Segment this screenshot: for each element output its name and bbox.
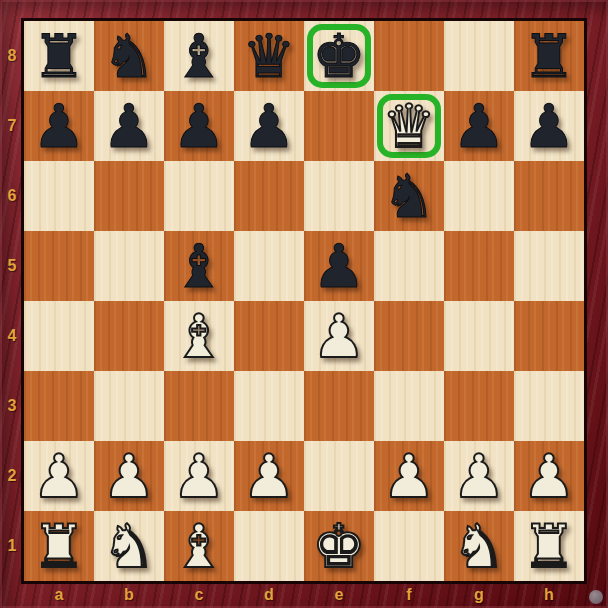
piece-black-pawn[interactable]: ♟ (444, 91, 514, 161)
file-label-g: g (444, 581, 514, 608)
square-c6[interactable] (164, 161, 234, 231)
square-b5[interactable] (94, 231, 164, 301)
square-d5[interactable] (234, 231, 304, 301)
piece-black-bishop[interactable]: ♝ (164, 21, 234, 91)
file-label-d: d (234, 581, 304, 608)
piece-white-pawn[interactable]: ♟ (514, 441, 584, 511)
square-c3[interactable] (164, 371, 234, 441)
square-h8[interactable]: ♜ (514, 21, 584, 91)
piece-white-rook[interactable]: ♜ (24, 511, 94, 581)
piece-black-knight[interactable]: ♞ (94, 21, 164, 91)
piece-black-pawn[interactable]: ♟ (304, 231, 374, 301)
square-e3[interactable] (304, 371, 374, 441)
square-a2[interactable]: ♟ (24, 441, 94, 511)
square-b1[interactable]: ♞ (94, 511, 164, 581)
square-c5[interactable]: ♝ (164, 231, 234, 301)
rank-label-4: 4 (0, 301, 24, 371)
square-g7[interactable]: ♟ (444, 91, 514, 161)
square-e2[interactable] (304, 441, 374, 511)
square-f7[interactable]: ♛ (374, 91, 444, 161)
square-c4[interactable]: ♝ (164, 301, 234, 371)
piece-black-queen[interactable]: ♛ (234, 21, 304, 91)
square-g2[interactable]: ♟ (444, 441, 514, 511)
square-g8[interactable] (444, 21, 514, 91)
square-b8[interactable]: ♞ (94, 21, 164, 91)
square-b3[interactable] (94, 371, 164, 441)
square-a3[interactable] (24, 371, 94, 441)
square-b7[interactable]: ♟ (94, 91, 164, 161)
piece-white-pawn[interactable]: ♟ (444, 441, 514, 511)
chess-board: ♜♞♝♛♚♜♟♟♟♟♛♟♟♞♝♟♝♟♟♟♟♟♟♟♟♜♞♝♚♞♜ (24, 21, 584, 581)
piece-white-pawn[interactable]: ♟ (164, 441, 234, 511)
square-d3[interactable] (234, 371, 304, 441)
rank-label-5: 5 (0, 231, 24, 301)
piece-white-king[interactable]: ♚ (304, 511, 374, 581)
square-f5[interactable] (374, 231, 444, 301)
square-c8[interactable]: ♝ (164, 21, 234, 91)
file-label-b: b (94, 581, 164, 608)
square-a8[interactable]: ♜ (24, 21, 94, 91)
piece-white-pawn[interactable]: ♟ (234, 441, 304, 511)
square-f8[interactable] (374, 21, 444, 91)
square-c7[interactable]: ♟ (164, 91, 234, 161)
square-h5[interactable] (514, 231, 584, 301)
corner-dot (589, 590, 603, 604)
square-f6[interactable]: ♞ (374, 161, 444, 231)
square-h3[interactable] (514, 371, 584, 441)
piece-black-bishop[interactable]: ♝ (164, 231, 234, 301)
square-e1[interactable]: ♚ (304, 511, 374, 581)
rank-label-8: 8 (0, 21, 24, 91)
rank-labels: 87654321 (0, 21, 24, 581)
square-f3[interactable] (374, 371, 444, 441)
square-d4[interactable] (234, 301, 304, 371)
square-a7[interactable]: ♟ (24, 91, 94, 161)
square-g1[interactable]: ♞ (444, 511, 514, 581)
piece-black-pawn[interactable]: ♟ (94, 91, 164, 161)
piece-black-king[interactable]: ♚ (304, 21, 374, 91)
square-a4[interactable] (24, 301, 94, 371)
square-b4[interactable] (94, 301, 164, 371)
piece-black-knight[interactable]: ♞ (374, 161, 444, 231)
square-g5[interactable] (444, 231, 514, 301)
rank-label-3: 3 (0, 371, 24, 441)
rank-label-6: 6 (0, 161, 24, 231)
rank-label-7: 7 (0, 91, 24, 161)
square-h2[interactable]: ♟ (514, 441, 584, 511)
piece-white-knight[interactable]: ♞ (444, 511, 514, 581)
square-g6[interactable] (444, 161, 514, 231)
piece-white-bishop[interactable]: ♝ (164, 511, 234, 581)
piece-white-rook[interactable]: ♜ (514, 511, 584, 581)
square-e6[interactable] (304, 161, 374, 231)
piece-black-rook[interactable]: ♜ (24, 21, 94, 91)
square-f2[interactable]: ♟ (374, 441, 444, 511)
piece-white-pawn[interactable]: ♟ (304, 301, 374, 371)
square-a6[interactable] (24, 161, 94, 231)
piece-black-rook[interactable]: ♜ (514, 21, 584, 91)
square-g4[interactable] (444, 301, 514, 371)
file-label-e: e (304, 581, 374, 608)
square-h4[interactable] (514, 301, 584, 371)
square-f1[interactable] (374, 511, 444, 581)
piece-white-knight[interactable]: ♞ (94, 511, 164, 581)
square-d1[interactable] (234, 511, 304, 581)
square-e7[interactable] (304, 91, 374, 161)
square-a5[interactable] (24, 231, 94, 301)
square-d6[interactable] (234, 161, 304, 231)
square-e8[interactable]: ♚ (304, 21, 374, 91)
square-h1[interactable]: ♜ (514, 511, 584, 581)
square-d7[interactable]: ♟ (234, 91, 304, 161)
board-frame: 87654321 ♜♞♝♛♚♜♟♟♟♟♛♟♟♞♝♟♝♟♟♟♟♟♟♟♟♜♞♝♚♞♜… (0, 0, 608, 608)
square-d2[interactable]: ♟ (234, 441, 304, 511)
file-label-c: c (164, 581, 234, 608)
piece-white-pawn[interactable]: ♟ (374, 441, 444, 511)
file-labels: abcdefgh (24, 581, 584, 608)
piece-black-pawn[interactable]: ♟ (514, 91, 584, 161)
piece-black-pawn[interactable]: ♟ (234, 91, 304, 161)
square-e5[interactable]: ♟ (304, 231, 374, 301)
square-b2[interactable]: ♟ (94, 441, 164, 511)
square-h6[interactable] (514, 161, 584, 231)
square-g3[interactable] (444, 371, 514, 441)
square-e4[interactable]: ♟ (304, 301, 374, 371)
file-label-f: f (374, 581, 444, 608)
piece-white-bishop[interactable]: ♝ (164, 301, 234, 371)
square-c2[interactable]: ♟ (164, 441, 234, 511)
piece-white-pawn[interactable]: ♟ (94, 441, 164, 511)
square-a1[interactable]: ♜ (24, 511, 94, 581)
square-h7[interactable]: ♟ (514, 91, 584, 161)
piece-black-pawn[interactable]: ♟ (164, 91, 234, 161)
piece-white-pawn[interactable]: ♟ (24, 441, 94, 511)
file-label-h: h (514, 581, 584, 608)
square-c1[interactable]: ♝ (164, 511, 234, 581)
file-label-a: a (24, 581, 94, 608)
square-d8[interactable]: ♛ (234, 21, 304, 91)
piece-black-pawn[interactable]: ♟ (24, 91, 94, 161)
square-b6[interactable] (94, 161, 164, 231)
rank-label-1: 1 (0, 511, 24, 581)
square-f4[interactable] (374, 301, 444, 371)
rank-label-2: 2 (0, 441, 24, 511)
piece-white-queen[interactable]: ♛ (374, 91, 444, 161)
